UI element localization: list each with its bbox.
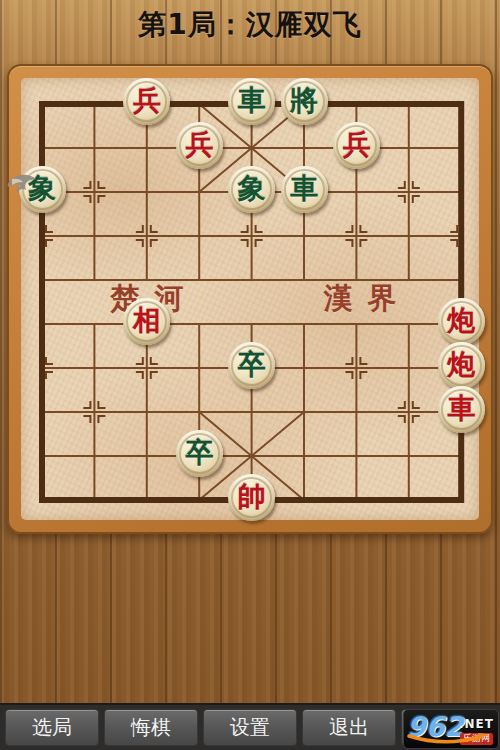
piece-glyph: 卒	[185, 439, 213, 467]
piece-glyph: 車	[238, 87, 266, 115]
xiangqi-board[interactable]: 楚河 漢界 兵車將兵兵象象車相炮卒炮車卒帥	[7, 64, 493, 534]
piece-black-f10[interactable]: 將	[281, 78, 328, 125]
piece-glyph: 兵	[342, 131, 370, 159]
piece-glyph: 炮	[447, 351, 475, 379]
piece-glyph: 帥	[238, 483, 266, 511]
undo-move-button[interactable]: 悔棋	[104, 709, 198, 746]
piece-glyph: 卒	[238, 351, 266, 379]
board-grid	[9, 66, 495, 536]
settings-button[interactable]: 设置	[203, 709, 297, 746]
piece-red-c10[interactable]: 兵	[123, 78, 170, 125]
piece-black-f8[interactable]: 車	[281, 166, 328, 213]
piece-black-e10[interactable]: 車	[228, 78, 275, 125]
exit-button[interactable]: 退出	[302, 709, 396, 746]
page-title: 第1局：汉雁双飞	[0, 6, 500, 44]
piece-red-d9[interactable]: 兵	[176, 122, 223, 169]
piece-glyph: 車	[290, 175, 318, 203]
swallow-decoration	[6, 170, 38, 202]
piece-glyph: 炮	[447, 307, 475, 335]
watermark-logo: 962 .NET 乐游网	[403, 709, 499, 749]
piece-black-e8[interactable]: 象	[228, 166, 275, 213]
piece-red-g9[interactable]: 兵	[333, 122, 380, 169]
river-label-right: 漢界	[309, 279, 412, 319]
piece-red-i5[interactable]: 炮	[438, 298, 485, 345]
piece-glyph: 兵	[185, 131, 213, 159]
piece-glyph: 象	[238, 175, 266, 203]
piece-glyph: 將	[290, 87, 318, 115]
piece-glyph: 車	[447, 395, 475, 423]
piece-red-c5[interactable]: 相	[123, 298, 170, 345]
piece-red-e1[interactable]: 帥	[228, 474, 275, 521]
piece-red-i3[interactable]: 車	[438, 386, 485, 433]
select-game-button[interactable]: 选局	[5, 709, 99, 746]
piece-glyph: 相	[133, 307, 161, 335]
piece-black-d2[interactable]: 卒	[176, 430, 223, 477]
piece-glyph: 兵	[133, 87, 161, 115]
piece-black-e4[interactable]: 卒	[228, 342, 275, 389]
watermark-suffix: .NET	[459, 717, 494, 731]
watermark-swoosh-icon	[406, 731, 492, 746]
piece-red-i4[interactable]: 炮	[438, 342, 485, 389]
